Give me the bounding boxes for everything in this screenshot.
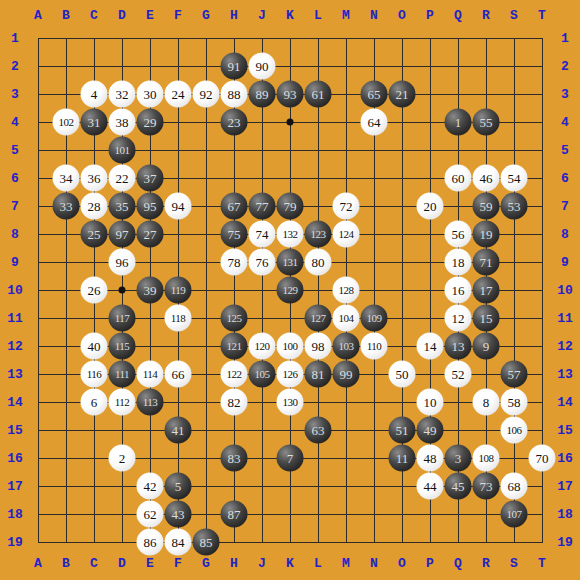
stone-white-48-P16: 48 xyxy=(417,445,444,472)
stone-number: 66 xyxy=(172,368,185,381)
coord-label-left-3: 3 xyxy=(11,87,19,102)
stone-white-72-M7: 72 xyxy=(333,193,360,220)
stone-number: 50 xyxy=(396,368,409,381)
coord-label-top-D: D xyxy=(118,8,126,23)
stone-black-33-B7: 33 xyxy=(53,193,80,220)
stone-black-45-Q17: 45 xyxy=(445,473,472,500)
go-board[interactable]: ABCDEFGHJKLMNOPQRSTABCDEFGHJKLMNOPQRST12… xyxy=(0,0,580,580)
stone-black-67-H7: 67 xyxy=(221,193,248,220)
coord-label-top-S: S xyxy=(510,8,518,23)
stone-white-60-Q6: 60 xyxy=(445,165,472,192)
stone-number: 109 xyxy=(367,313,382,324)
stone-black-61-L3: 61 xyxy=(305,81,332,108)
coord-label-top-L: L xyxy=(314,8,322,23)
stone-black-43-F18: 43 xyxy=(165,501,192,528)
stone-black-83-H16: 83 xyxy=(221,445,248,472)
stone-white-46-R6: 46 xyxy=(473,165,500,192)
coord-label-right-16: 16 xyxy=(557,451,573,466)
stone-black-15-R11: 15 xyxy=(473,305,500,332)
stone-black-103-M12: 103 xyxy=(333,333,360,360)
stone-number: 1 xyxy=(455,116,462,129)
coord-label-right-2: 2 xyxy=(561,59,569,74)
stone-number: 68 xyxy=(508,480,521,493)
stone-white-42-E17: 42 xyxy=(137,473,164,500)
stone-number: 120 xyxy=(255,341,270,352)
stone-black-19-R8: 19 xyxy=(473,221,500,248)
stone-number: 38 xyxy=(116,116,129,129)
stone-number: 104 xyxy=(339,313,354,324)
stone-number: 96 xyxy=(116,256,129,269)
stone-black-113-E14: 113 xyxy=(137,389,164,416)
stone-number: 110 xyxy=(367,341,382,352)
coord-label-bottom-Q: Q xyxy=(454,556,462,571)
stone-number: 21 xyxy=(396,88,409,101)
stone-black-79-K7: 79 xyxy=(277,193,304,220)
coord-label-top-K: K xyxy=(286,8,294,23)
stone-white-84-F19: 84 xyxy=(165,529,192,556)
stone-white-82-H14: 82 xyxy=(221,389,248,416)
stone-black-85-G19: 85 xyxy=(193,529,220,556)
coord-label-right-13: 13 xyxy=(557,367,573,382)
stone-number: 74 xyxy=(256,228,269,241)
stone-number: 72 xyxy=(340,200,353,213)
coord-label-top-M: M xyxy=(342,8,350,23)
stone-black-115-D12: 115 xyxy=(109,333,136,360)
stone-number: 46 xyxy=(480,172,493,185)
stone-number: 6 xyxy=(91,396,98,409)
stone-white-20-P7: 20 xyxy=(417,193,444,220)
stone-white-26-C10: 26 xyxy=(81,277,108,304)
stone-white-64-N4: 64 xyxy=(361,109,388,136)
coord-label-left-1: 1 xyxy=(11,31,19,46)
stone-number: 36 xyxy=(88,172,101,185)
stone-number: 73 xyxy=(480,480,493,493)
stone-number: 101 xyxy=(115,145,130,156)
stone-number: 29 xyxy=(144,116,157,129)
coord-label-top-C: C xyxy=(90,8,98,23)
coord-label-right-17: 17 xyxy=(557,479,573,494)
stone-black-17-R10: 17 xyxy=(473,277,500,304)
stone-black-25-C8: 25 xyxy=(81,221,108,248)
star-point-K4 xyxy=(287,119,294,126)
coord-label-top-E: E xyxy=(146,8,154,23)
stone-white-36-C6: 36 xyxy=(81,165,108,192)
coord-label-right-7: 7 xyxy=(561,199,569,214)
stone-number: 70 xyxy=(536,452,549,465)
stone-number: 2 xyxy=(119,452,126,465)
stone-number: 84 xyxy=(172,536,185,549)
stone-number: 92 xyxy=(200,88,213,101)
stone-number: 19 xyxy=(480,228,493,241)
stone-number: 22 xyxy=(116,172,129,185)
stone-number: 52 xyxy=(452,368,465,381)
stone-black-89-J3: 89 xyxy=(249,81,276,108)
stone-white-88-H3: 88 xyxy=(221,81,248,108)
stone-black-101-D5: 101 xyxy=(109,137,136,164)
stone-white-58-S14: 58 xyxy=(501,389,528,416)
stone-number: 54 xyxy=(508,172,521,185)
stone-white-78-H9: 78 xyxy=(221,249,248,276)
stone-number: 111 xyxy=(115,369,129,380)
stone-number: 71 xyxy=(480,256,493,269)
stone-number: 90 xyxy=(256,60,269,73)
stone-white-80-L9: 80 xyxy=(305,249,332,276)
coord-label-top-J: J xyxy=(258,8,266,23)
stone-number: 40 xyxy=(88,340,101,353)
stone-number: 88 xyxy=(228,88,241,101)
stone-white-118-F11: 118 xyxy=(165,305,192,332)
coord-label-right-12: 12 xyxy=(557,339,573,354)
coord-label-bottom-H: H xyxy=(230,556,238,571)
stone-number: 125 xyxy=(227,313,242,324)
stone-number: 24 xyxy=(172,88,185,101)
stone-black-21-O3: 21 xyxy=(389,81,416,108)
stone-number: 56 xyxy=(452,228,465,241)
stone-number: 43 xyxy=(172,508,185,521)
stone-number: 39 xyxy=(144,284,157,297)
stone-black-35-D7: 35 xyxy=(109,193,136,220)
stone-white-28-C7: 28 xyxy=(81,193,108,220)
coord-label-left-9: 9 xyxy=(11,255,19,270)
stone-number: 20 xyxy=(424,200,437,213)
stone-white-74-J8: 74 xyxy=(249,221,276,248)
stone-white-2-D16: 2 xyxy=(109,445,136,472)
coord-label-left-13: 13 xyxy=(7,367,23,382)
stone-number: 65 xyxy=(368,88,381,101)
stone-black-37-E6: 37 xyxy=(137,165,164,192)
stone-black-1-Q4: 1 xyxy=(445,109,472,136)
coord-label-right-8: 8 xyxy=(561,227,569,242)
stone-number: 15 xyxy=(480,312,493,325)
coord-label-bottom-T: T xyxy=(538,556,546,571)
coord-label-right-10: 10 xyxy=(557,283,573,298)
coord-label-top-Q: Q xyxy=(454,8,462,23)
stone-white-32-D3: 32 xyxy=(109,81,136,108)
stone-number: 10 xyxy=(424,396,437,409)
coord-label-bottom-A: A xyxy=(34,556,42,571)
stone-number: 30 xyxy=(144,88,157,101)
stone-number: 131 xyxy=(283,257,298,268)
stone-number: 124 xyxy=(339,229,354,240)
stone-number: 98 xyxy=(312,340,325,353)
stone-number: 95 xyxy=(144,200,157,213)
stone-white-10-P14: 10 xyxy=(417,389,444,416)
stone-white-54-S6: 54 xyxy=(501,165,528,192)
stone-black-131-K9: 131 xyxy=(277,249,304,276)
stone-black-127-L11: 127 xyxy=(305,305,332,332)
stone-white-112-D14: 112 xyxy=(109,389,136,416)
stone-number: 82 xyxy=(228,396,241,409)
coord-label-top-O: O xyxy=(398,8,406,23)
stone-white-102-B4: 102 xyxy=(53,109,80,136)
coord-label-bottom-O: O xyxy=(398,556,406,571)
stone-white-104-M11: 104 xyxy=(333,305,360,332)
coord-label-right-18: 18 xyxy=(557,507,573,522)
stone-black-53-S7: 53 xyxy=(501,193,528,220)
stone-black-57-S13: 57 xyxy=(501,361,528,388)
stone-number: 53 xyxy=(508,200,521,213)
coord-label-right-9: 9 xyxy=(561,255,569,270)
stone-white-126-K13: 126 xyxy=(277,361,304,388)
stone-number: 130 xyxy=(283,397,298,408)
stone-number: 16 xyxy=(452,284,465,297)
coord-label-right-5: 5 xyxy=(561,143,569,158)
stone-white-56-Q8: 56 xyxy=(445,221,472,248)
stone-number: 83 xyxy=(228,452,241,465)
coord-label-top-N: N xyxy=(370,8,378,23)
stone-number: 8 xyxy=(483,396,490,409)
stone-black-11-O16: 11 xyxy=(389,445,416,472)
stone-number: 11 xyxy=(396,452,409,465)
stone-number: 105 xyxy=(255,369,270,380)
coord-label-left-11: 11 xyxy=(7,311,23,326)
stone-black-87-H18: 87 xyxy=(221,501,248,528)
coord-label-top-H: H xyxy=(230,8,238,23)
stone-number: 93 xyxy=(284,88,297,101)
stone-number: 59 xyxy=(480,200,493,213)
stone-number: 12 xyxy=(452,312,465,325)
stone-number: 97 xyxy=(116,228,129,241)
coord-label-left-5: 5 xyxy=(11,143,19,158)
coord-label-right-4: 4 xyxy=(561,115,569,130)
stone-white-116-C13: 116 xyxy=(81,361,108,388)
stone-white-16-Q10: 16 xyxy=(445,277,472,304)
stone-number: 91 xyxy=(228,60,241,73)
stone-black-27-E8: 27 xyxy=(137,221,164,248)
stone-black-123-L8: 123 xyxy=(305,221,332,248)
stone-black-59-R7: 59 xyxy=(473,193,500,220)
coord-label-right-1: 1 xyxy=(561,31,569,46)
stone-white-40-C12: 40 xyxy=(81,333,108,360)
coord-label-bottom-N: N xyxy=(370,556,378,571)
stone-white-4-C3: 4 xyxy=(81,81,108,108)
stone-number: 85 xyxy=(200,536,213,549)
stone-black-125-H11: 125 xyxy=(221,305,248,332)
stone-number: 103 xyxy=(339,341,354,352)
coord-label-bottom-B: B xyxy=(62,556,70,571)
coord-label-left-14: 14 xyxy=(7,395,23,410)
stone-black-77-J7: 77 xyxy=(249,193,276,220)
stone-number: 67 xyxy=(228,200,241,213)
stone-black-3-Q16: 3 xyxy=(445,445,472,472)
stone-white-130-K14: 130 xyxy=(277,389,304,416)
stone-number: 89 xyxy=(256,88,269,101)
stone-number: 107 xyxy=(507,509,522,520)
stone-black-107-S18: 107 xyxy=(501,501,528,528)
stone-number: 78 xyxy=(228,256,241,269)
stone-number: 117 xyxy=(115,313,130,324)
coord-label-left-15: 15 xyxy=(7,423,23,438)
stone-number: 132 xyxy=(283,229,298,240)
stone-number: 99 xyxy=(340,368,353,381)
coord-label-top-T: T xyxy=(538,8,546,23)
stone-white-70-T16: 70 xyxy=(529,445,556,472)
stone-number: 58 xyxy=(508,396,521,409)
stone-black-121-H12: 121 xyxy=(221,333,248,360)
stone-black-65-N3: 65 xyxy=(361,81,388,108)
stone-number: 86 xyxy=(144,536,157,549)
stone-white-34-B6: 34 xyxy=(53,165,80,192)
stone-white-96-D9: 96 xyxy=(109,249,136,276)
stone-black-71-R9: 71 xyxy=(473,249,500,276)
stone-number: 61 xyxy=(312,88,325,101)
stone-white-38-D4: 38 xyxy=(109,109,136,136)
stone-number: 129 xyxy=(283,285,298,296)
coord-label-bottom-D: D xyxy=(118,556,126,571)
stone-white-94-F7: 94 xyxy=(165,193,192,220)
coord-label-bottom-R: R xyxy=(482,556,490,571)
stone-number: 112 xyxy=(115,397,130,408)
coord-label-right-15: 15 xyxy=(557,423,573,438)
coord-label-right-19: 19 xyxy=(557,535,573,550)
stone-white-90-J2: 90 xyxy=(249,53,276,80)
stone-number: 18 xyxy=(452,256,465,269)
stone-number: 63 xyxy=(312,424,325,437)
stone-black-109-N11: 109 xyxy=(361,305,388,332)
stone-black-93-K3: 93 xyxy=(277,81,304,108)
stone-black-23-H4: 23 xyxy=(221,109,248,136)
stone-black-91-H2: 91 xyxy=(221,53,248,80)
coord-label-right-11: 11 xyxy=(557,311,573,326)
stone-number: 5 xyxy=(175,480,182,493)
coord-label-left-2: 2 xyxy=(11,59,19,74)
star-point-D10 xyxy=(119,287,126,294)
stone-number: 115 xyxy=(115,341,130,352)
stone-number: 106 xyxy=(507,425,522,436)
stone-black-55-R4: 55 xyxy=(473,109,500,136)
stone-black-117-D11: 117 xyxy=(109,305,136,332)
stone-white-18-Q9: 18 xyxy=(445,249,472,276)
stone-number: 3 xyxy=(455,452,462,465)
stone-number: 119 xyxy=(171,285,186,296)
stone-white-44-P17: 44 xyxy=(417,473,444,500)
stone-number: 121 xyxy=(227,341,242,352)
coord-label-bottom-C: C xyxy=(90,556,98,571)
stone-number: 32 xyxy=(116,88,129,101)
stone-black-7-K16: 7 xyxy=(277,445,304,472)
stone-black-73-R17: 73 xyxy=(473,473,500,500)
stone-black-49-P15: 49 xyxy=(417,417,444,444)
stone-black-9-R12: 9 xyxy=(473,333,500,360)
stone-white-50-O13: 50 xyxy=(389,361,416,388)
stone-white-122-H13: 122 xyxy=(221,361,248,388)
stone-number: 35 xyxy=(116,200,129,213)
coord-label-left-7: 7 xyxy=(11,199,19,214)
coord-label-top-F: F xyxy=(174,8,182,23)
stone-black-105-J13: 105 xyxy=(249,361,276,388)
stone-number: 60 xyxy=(452,172,465,185)
stone-white-114-E13: 114 xyxy=(137,361,164,388)
coord-label-left-12: 12 xyxy=(7,339,23,354)
coord-label-right-3: 3 xyxy=(561,87,569,102)
stone-number: 27 xyxy=(144,228,157,241)
stone-number: 31 xyxy=(88,116,101,129)
stone-white-98-L12: 98 xyxy=(305,333,332,360)
coord-label-top-A: A xyxy=(34,8,42,23)
stone-number: 13 xyxy=(452,340,465,353)
stone-black-95-E7: 95 xyxy=(137,193,164,220)
stone-number: 26 xyxy=(88,284,101,297)
stone-black-63-L15: 63 xyxy=(305,417,332,444)
coord-label-top-B: B xyxy=(62,8,70,23)
stone-number: 113 xyxy=(143,397,158,408)
stone-black-119-F10: 119 xyxy=(165,277,192,304)
stone-number: 44 xyxy=(424,480,437,493)
stone-white-6-C14: 6 xyxy=(81,389,108,416)
stone-number: 87 xyxy=(228,508,241,521)
stone-number: 51 xyxy=(396,424,409,437)
stone-number: 81 xyxy=(312,368,325,381)
stone-white-52-Q13: 52 xyxy=(445,361,472,388)
stone-number: 49 xyxy=(424,424,437,437)
stone-number: 114 xyxy=(143,369,158,380)
stone-black-31-C4: 31 xyxy=(81,109,108,136)
stone-number: 23 xyxy=(228,116,241,129)
stone-number: 100 xyxy=(283,341,298,352)
stone-number: 55 xyxy=(480,116,493,129)
stone-number: 80 xyxy=(312,256,325,269)
stone-number: 41 xyxy=(172,424,185,437)
stone-number: 126 xyxy=(283,369,298,380)
stone-black-97-D8: 97 xyxy=(109,221,136,248)
stone-number: 17 xyxy=(480,284,493,297)
coord-label-bottom-P: P xyxy=(426,556,434,571)
stone-number: 9 xyxy=(483,340,490,353)
stone-number: 28 xyxy=(88,200,101,213)
coord-label-top-P: P xyxy=(426,8,434,23)
coord-label-left-6: 6 xyxy=(11,171,19,186)
stone-white-24-F3: 24 xyxy=(165,81,192,108)
stone-white-124-M8: 124 xyxy=(333,221,360,248)
stone-white-66-F13: 66 xyxy=(165,361,192,388)
stone-black-75-H8: 75 xyxy=(221,221,248,248)
coord-label-top-G: G xyxy=(202,8,210,23)
coord-label-left-18: 18 xyxy=(7,507,23,522)
coord-label-bottom-E: E xyxy=(146,556,154,571)
stone-number: 33 xyxy=(60,200,73,213)
stone-number: 64 xyxy=(368,116,381,129)
stone-black-51-O15: 51 xyxy=(389,417,416,444)
coord-label-bottom-J: J xyxy=(258,556,266,571)
stone-white-8-R14: 8 xyxy=(473,389,500,416)
stone-number: 42 xyxy=(144,480,157,493)
stone-number: 94 xyxy=(172,200,185,213)
stone-black-29-E4: 29 xyxy=(137,109,164,136)
stone-number: 45 xyxy=(452,480,465,493)
stone-white-68-S17: 68 xyxy=(501,473,528,500)
coord-label-left-16: 16 xyxy=(7,451,23,466)
stone-white-62-E18: 62 xyxy=(137,501,164,528)
stone-number: 25 xyxy=(88,228,101,241)
stone-black-99-M13: 99 xyxy=(333,361,360,388)
stone-white-30-E3: 30 xyxy=(137,81,164,108)
stone-number: 127 xyxy=(311,313,326,324)
stone-white-22-D6: 22 xyxy=(109,165,136,192)
stone-number: 37 xyxy=(144,172,157,185)
stone-white-14-P12: 14 xyxy=(417,333,444,360)
stone-number: 4 xyxy=(91,88,98,101)
stone-number: 57 xyxy=(508,368,521,381)
stone-number: 14 xyxy=(424,340,437,353)
stone-number: 34 xyxy=(60,172,73,185)
stone-number: 77 xyxy=(256,200,269,213)
stone-number: 102 xyxy=(59,117,74,128)
stone-black-39-E10: 39 xyxy=(137,277,164,304)
coord-label-left-4: 4 xyxy=(11,115,19,130)
stone-white-110-N12: 110 xyxy=(361,333,388,360)
stone-black-13-Q12: 13 xyxy=(445,333,472,360)
stone-black-81-L13: 81 xyxy=(305,361,332,388)
